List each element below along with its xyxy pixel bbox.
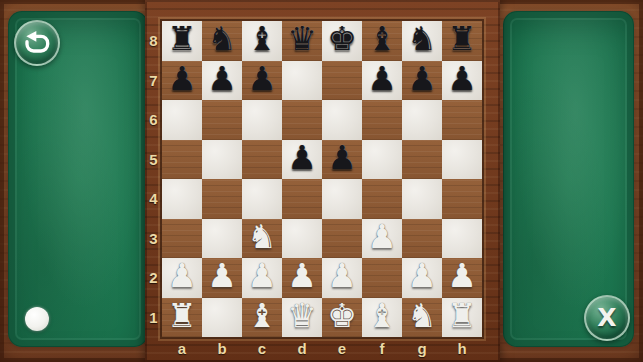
square-g3[interactable] [402, 219, 442, 259]
piece-black-pawn: ♟ [167, 62, 197, 95]
board-grid: ♜♞♝♛♚♝♞♜♟♟♟♟♟♟♟♟♞♟♟♟♟♟♟♟♟♜♝♛♚♝♞♜ [162, 21, 482, 337]
file-label-c: c [242, 337, 282, 360]
square-d1[interactable]: ♛ [282, 298, 322, 338]
file-label-b: b [202, 337, 242, 360]
square-b6[interactable] [202, 100, 242, 140]
square-a1[interactable]: ♜ [162, 298, 202, 338]
square-g6[interactable] [402, 100, 442, 140]
square-f6[interactable] [362, 100, 402, 140]
square-a4[interactable] [162, 179, 202, 219]
file-label-h: h [442, 337, 482, 360]
square-c7[interactable]: ♟ [242, 61, 282, 101]
square-c6[interactable] [242, 100, 282, 140]
square-f7[interactable]: ♟ [362, 61, 402, 101]
square-a3[interactable] [162, 219, 202, 259]
rank-labels: 87654321 [145, 21, 162, 337]
square-h4[interactable] [442, 179, 482, 219]
square-a5[interactable] [162, 140, 202, 180]
piece-white-pawn: ♟ [207, 259, 237, 292]
white-ball-button[interactable] [25, 307, 49, 331]
square-g5[interactable] [402, 140, 442, 180]
rank-label-2: 2 [145, 258, 162, 298]
square-a2[interactable]: ♟ [162, 258, 202, 298]
square-a6[interactable] [162, 100, 202, 140]
square-e8[interactable]: ♚ [322, 21, 362, 61]
rank-label-3: 3 [145, 219, 162, 259]
square-c1[interactable]: ♝ [242, 298, 282, 338]
piece-white-pawn: ♟ [167, 259, 197, 292]
square-h3[interactable] [442, 219, 482, 259]
piece-black-bishop: ♝ [367, 22, 397, 55]
square-f1[interactable]: ♝ [362, 298, 402, 338]
square-a7[interactable]: ♟ [162, 61, 202, 101]
square-d4[interactable] [282, 179, 322, 219]
square-c5[interactable] [242, 140, 282, 180]
piece-black-rook: ♜ [167, 22, 197, 55]
square-h7[interactable]: ♟ [442, 61, 482, 101]
square-g8[interactable]: ♞ [402, 21, 442, 61]
square-f4[interactable] [362, 179, 402, 219]
file-label-g: g [402, 337, 442, 360]
piece-white-knight: ♞ [247, 220, 277, 253]
app-window: X 87654321 ♜♞♝♛♚♝♞♜♟♟♟♟♟♟♟♟♞♟♟♟♟♟♟♟♟♜♝♛♚… [0, 0, 643, 362]
file-label-e: e [322, 337, 362, 360]
file-label-a: a [162, 337, 202, 360]
piece-black-pawn: ♟ [247, 62, 277, 95]
square-e5[interactable]: ♟ [322, 140, 362, 180]
piece-black-knight: ♞ [207, 22, 237, 55]
piece-white-rook: ♜ [167, 299, 197, 332]
square-f2[interactable] [362, 258, 402, 298]
piece-black-pawn: ♟ [407, 62, 437, 95]
square-e1[interactable]: ♚ [322, 298, 362, 338]
file-label-f: f [362, 337, 402, 360]
piece-white-queen: ♛ [287, 299, 317, 332]
piece-white-knight: ♞ [407, 299, 437, 332]
square-b1[interactable] [202, 298, 242, 338]
undo-button[interactable] [14, 20, 60, 66]
square-b5[interactable] [202, 140, 242, 180]
square-g7[interactable]: ♟ [402, 61, 442, 101]
piece-black-knight: ♞ [407, 22, 437, 55]
rank-label-7: 7 [145, 61, 162, 101]
square-d2[interactable]: ♟ [282, 258, 322, 298]
piece-black-rook: ♜ [447, 22, 477, 55]
square-g1[interactable]: ♞ [402, 298, 442, 338]
piece-black-pawn: ♟ [327, 141, 357, 174]
undo-arrow-icon [21, 27, 53, 59]
square-d8[interactable]: ♛ [282, 21, 322, 61]
piece-white-bishop: ♝ [367, 299, 397, 332]
square-g4[interactable] [402, 179, 442, 219]
square-c8[interactable]: ♝ [242, 21, 282, 61]
square-c3[interactable]: ♞ [242, 219, 282, 259]
piece-black-pawn: ♟ [367, 62, 397, 95]
square-d3[interactable] [282, 219, 322, 259]
square-d6[interactable] [282, 100, 322, 140]
square-b8[interactable]: ♞ [202, 21, 242, 61]
close-icon: X [597, 305, 616, 330]
square-d5[interactable]: ♟ [282, 140, 322, 180]
piece-white-pawn: ♟ [327, 259, 357, 292]
square-b2[interactable]: ♟ [202, 258, 242, 298]
square-h1[interactable]: ♜ [442, 298, 482, 338]
square-h6[interactable] [442, 100, 482, 140]
piece-white-pawn: ♟ [407, 259, 437, 292]
square-h5[interactable] [442, 140, 482, 180]
rank-label-4: 4 [145, 179, 162, 219]
square-b4[interactable] [202, 179, 242, 219]
piece-black-bishop: ♝ [247, 22, 277, 55]
piece-black-pawn: ♟ [447, 62, 477, 95]
piece-white-rook: ♜ [447, 299, 477, 332]
piece-white-pawn: ♟ [287, 259, 317, 292]
square-f3[interactable]: ♟ [362, 219, 402, 259]
chessboard-frame: 87654321 ♜♞♝♛♚♝♞♜♟♟♟♟♟♟♟♟♞♟♟♟♟♟♟♟♟♜♝♛♚♝♞… [145, 0, 500, 362]
square-d7[interactable] [282, 61, 322, 101]
piece-white-pawn: ♟ [247, 259, 277, 292]
square-e7[interactable] [322, 61, 362, 101]
piece-white-pawn: ♟ [367, 220, 397, 253]
square-g2[interactable]: ♟ [402, 258, 442, 298]
square-b7[interactable]: ♟ [202, 61, 242, 101]
rank-label-8: 8 [145, 21, 162, 61]
rank-label-5: 5 [145, 140, 162, 180]
square-e3[interactable] [322, 219, 362, 259]
piece-black-queen: ♛ [287, 22, 317, 55]
square-a8[interactable]: ♜ [162, 21, 202, 61]
rank-label-1: 1 [145, 298, 162, 338]
square-b3[interactable] [202, 219, 242, 259]
square-e6[interactable] [322, 100, 362, 140]
square-c4[interactable] [242, 179, 282, 219]
square-e2[interactable]: ♟ [322, 258, 362, 298]
square-f5[interactable] [362, 140, 402, 180]
square-h2[interactable]: ♟ [442, 258, 482, 298]
piece-white-pawn: ♟ [447, 259, 477, 292]
piece-black-pawn: ♟ [287, 141, 317, 174]
piece-black-king: ♚ [327, 22, 357, 55]
piece-white-king: ♚ [327, 299, 357, 332]
square-c2[interactable]: ♟ [242, 258, 282, 298]
close-button[interactable]: X [584, 295, 630, 341]
file-label-d: d [282, 337, 322, 360]
file-labels: abcdefgh [162, 337, 482, 360]
square-f8[interactable]: ♝ [362, 21, 402, 61]
piece-black-pawn: ♟ [207, 62, 237, 95]
rank-label-6: 6 [145, 100, 162, 140]
square-e4[interactable] [322, 179, 362, 219]
piece-white-bishop: ♝ [247, 299, 277, 332]
square-h8[interactable]: ♜ [442, 21, 482, 61]
